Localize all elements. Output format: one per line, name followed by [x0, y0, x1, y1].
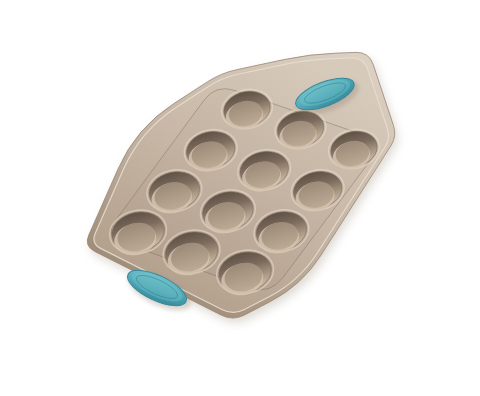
product-image-canvas [0, 0, 480, 396]
muffin-pan-photo [0, 0, 480, 396]
